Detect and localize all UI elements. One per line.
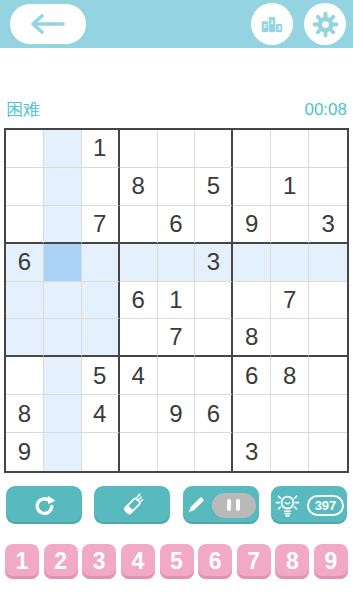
grid-cell-r1c1[interactable]	[6, 130, 44, 168]
hint-count-badge: 397	[307, 495, 345, 516]
grid-cell-r2c2[interactable]	[44, 168, 82, 206]
grid-cell-r6c3[interactable]	[82, 319, 120, 357]
grid-cell-r3c3[interactable]: 7	[82, 206, 120, 244]
grid-cell-r8c4[interactable]	[120, 395, 158, 433]
sudoku-grid: 1851769363617785468849693	[4, 128, 349, 473]
numpad-key-5[interactable]: 5	[160, 544, 194, 579]
grid-cell-r5c4[interactable]: 6	[120, 282, 158, 320]
grid-cell-r1c7[interactable]	[233, 130, 271, 168]
grid-cell-r9c4[interactable]	[120, 433, 158, 471]
grid-cell-r9c5[interactable]	[158, 433, 196, 471]
grid-cell-r3c1[interactable]	[6, 206, 44, 244]
numpad-key-9[interactable]: 9	[314, 544, 348, 579]
eraser-icon	[119, 492, 146, 519]
settings-button[interactable]	[304, 3, 346, 45]
grid-cell-r4c8[interactable]	[271, 244, 309, 282]
grid-cell-r8c3[interactable]: 4	[82, 395, 120, 433]
toolbar: 397	[0, 486, 353, 524]
grid-cell-r1c2[interactable]	[44, 130, 82, 168]
hint-button[interactable]: 397	[271, 486, 347, 524]
back-button[interactable]	[10, 4, 86, 44]
grid-cell-r3c5[interactable]: 6	[158, 206, 196, 244]
grid-cell-r1c5[interactable]	[158, 130, 196, 168]
grid-cell-r3c9[interactable]: 3	[309, 206, 347, 244]
pencil-mode-button[interactable]	[183, 486, 259, 524]
grid-cell-r4c9[interactable]	[309, 244, 347, 282]
pause-bar	[227, 499, 231, 511]
grid-cell-r5c8[interactable]: 7	[271, 282, 309, 320]
grid-cell-r3c6[interactable]	[195, 206, 233, 244]
grid-cell-r7c6[interactable]	[195, 357, 233, 395]
grid-cell-r3c8[interactable]	[271, 206, 309, 244]
grid-cell-r5c7[interactable]	[233, 282, 271, 320]
grid-cell-r4c5[interactable]	[158, 244, 196, 282]
grid-cell-r9c3[interactable]	[82, 433, 120, 471]
grid-cell-r2c6[interactable]: 5	[195, 168, 233, 206]
grid-cell-r5c6[interactable]	[195, 282, 233, 320]
grid-cell-r3c4[interactable]	[120, 206, 158, 244]
grid-cell-r1c4[interactable]	[120, 130, 158, 168]
grid-cell-r6c1[interactable]	[6, 319, 44, 357]
grid-cell-r9c9[interactable]	[309, 433, 347, 471]
leaderboard-button[interactable]: 2 1 3	[251, 3, 293, 45]
grid-cell-r8c2[interactable]	[44, 395, 82, 433]
eraser-button[interactable]	[94, 486, 170, 524]
grid-cell-r8c6[interactable]: 6	[195, 395, 233, 433]
numpad-key-4[interactable]: 4	[121, 544, 155, 579]
grid-cell-r8c8[interactable]	[271, 395, 309, 433]
grid-cell-r9c1[interactable]: 9	[6, 433, 44, 471]
numpad-key-6[interactable]: 6	[198, 544, 232, 579]
number-pad: 123456789	[0, 544, 353, 579]
numpad-key-1[interactable]: 1	[5, 544, 39, 579]
grid-cell-r2c7[interactable]	[233, 168, 271, 206]
numpad-key-3[interactable]: 3	[82, 544, 116, 579]
status-row: 困难 00:08	[0, 98, 353, 121]
grid-cell-r6c4[interactable]	[120, 319, 158, 357]
grid-cell-r4c2[interactable]	[44, 244, 82, 282]
pencil-icon	[186, 495, 206, 515]
grid-cell-r3c2[interactable]	[44, 206, 82, 244]
grid-cell-r5c9[interactable]	[309, 282, 347, 320]
grid-cell-r4c4[interactable]	[120, 244, 158, 282]
grid-cell-r9c7[interactable]: 3	[233, 433, 271, 471]
pause-bar	[236, 499, 240, 511]
grid-cell-r2c3[interactable]	[82, 168, 120, 206]
grid-cell-r1c8[interactable]	[271, 130, 309, 168]
grid-cell-r2c5[interactable]	[158, 168, 196, 206]
leaderboard-podium-icon: 2 1 3	[259, 11, 285, 37]
grid-cell-r8c7[interactable]	[233, 395, 271, 433]
grid-cell-r8c5[interactable]: 9	[158, 395, 196, 433]
grid-cell-r9c8[interactable]	[271, 433, 309, 471]
grid-cell-r3c7[interactable]: 9	[233, 206, 271, 244]
lightbulb-icon	[274, 492, 301, 519]
grid-cell-r7c4[interactable]: 4	[120, 357, 158, 395]
restart-icon	[32, 493, 57, 518]
grid-cell-r4c7[interactable]	[233, 244, 271, 282]
grid-cell-r7c3[interactable]: 5	[82, 357, 120, 395]
grid-cell-r5c2[interactable]	[44, 282, 82, 320]
pencil-pause-toggle[interactable]	[212, 493, 256, 518]
numpad-key-7[interactable]: 7	[237, 544, 271, 579]
grid-cell-r6c5[interactable]: 7	[158, 319, 196, 357]
numpad-key-2[interactable]: 2	[44, 544, 78, 579]
grid-cell-r6c7[interactable]: 8	[233, 319, 271, 357]
grid-cell-r2c9[interactable]	[309, 168, 347, 206]
grid-cell-r4c6[interactable]: 3	[195, 244, 233, 282]
grid-cell-r1c3[interactable]: 1	[82, 130, 120, 168]
grid-cell-r2c8[interactable]: 1	[271, 168, 309, 206]
grid-cell-r6c2[interactable]	[44, 319, 82, 357]
difficulty-label: 困难	[6, 98, 40, 121]
grid-cell-r5c5[interactable]: 1	[158, 282, 196, 320]
numpad-key-8[interactable]: 8	[275, 544, 309, 579]
grid-cell-r8c1[interactable]: 8	[6, 395, 44, 433]
grid-cell-r9c6[interactable]	[195, 433, 233, 471]
grid-cell-r5c3[interactable]	[82, 282, 120, 320]
grid-cell-r5c1[interactable]	[6, 282, 44, 320]
grid-cell-r8c9[interactable]	[309, 395, 347, 433]
grid-cell-r7c1[interactable]	[6, 357, 44, 395]
timer: 00:08	[304, 100, 347, 120]
grid-cell-r4c1[interactable]: 6	[6, 244, 44, 282]
grid-cell-r1c6[interactable]	[195, 130, 233, 168]
grid-cell-r9c2[interactable]	[44, 433, 82, 471]
grid-cell-r7c2[interactable]	[44, 357, 82, 395]
grid-cell-r7c9[interactable]	[309, 357, 347, 395]
grid-cell-r4c3[interactable]	[82, 244, 120, 282]
gear-icon	[312, 11, 339, 38]
restart-button[interactable]	[6, 486, 82, 524]
grid-cell-r2c1[interactable]	[6, 168, 44, 206]
grid-cell-r7c7[interactable]: 6	[233, 357, 271, 395]
grid-cell-r7c5[interactable]	[158, 357, 196, 395]
back-arrow-icon	[29, 13, 67, 35]
grid-cell-r2c4[interactable]: 8	[120, 168, 158, 206]
grid-cell-r6c6[interactable]	[195, 319, 233, 357]
grid-cell-r6c9[interactable]	[309, 319, 347, 357]
grid-cell-r7c8[interactable]: 8	[271, 357, 309, 395]
grid-cell-r1c9[interactable]	[309, 130, 347, 168]
header-bar: 2 1 3	[0, 0, 353, 48]
grid-cell-r6c8[interactable]	[271, 319, 309, 357]
